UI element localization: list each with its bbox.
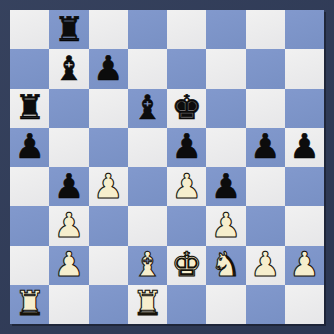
square-a4[interactable] <box>10 167 49 206</box>
white-bishop-piece-d2: ♝ <box>132 247 162 281</box>
square-c3[interactable] <box>89 206 128 245</box>
white-pawn-piece-e4: ♟ <box>171 169 201 203</box>
square-a7[interactable] <box>10 49 49 88</box>
square-c5[interactable] <box>89 128 128 167</box>
black-king-piece-e6: ♚ <box>171 90 201 124</box>
square-h7[interactable] <box>285 49 324 88</box>
square-d1[interactable]: ♜ <box>128 285 167 324</box>
square-g2[interactable]: ♟ <box>246 246 285 285</box>
black-pawn-piece-e5: ♟ <box>171 129 201 163</box>
square-f8[interactable] <box>206 10 245 49</box>
square-a3[interactable] <box>10 206 49 245</box>
square-g7[interactable] <box>246 49 285 88</box>
black-bishop-piece-b7: ♝ <box>54 51 84 85</box>
white-rook-piece-a1: ♜ <box>14 286 44 320</box>
square-e4[interactable]: ♟ <box>167 167 206 206</box>
square-g8[interactable] <box>246 10 285 49</box>
square-c2[interactable] <box>89 246 128 285</box>
square-e5[interactable]: ♟ <box>167 128 206 167</box>
square-a5[interactable]: ♟ <box>10 128 49 167</box>
black-pawn-piece-h5: ♟ <box>289 129 319 163</box>
square-c6[interactable] <box>89 89 128 128</box>
square-b1[interactable] <box>49 285 88 324</box>
square-a8[interactable] <box>10 10 49 49</box>
black-pawn-piece-f4: ♟ <box>211 169 241 203</box>
square-a6[interactable]: ♜ <box>10 89 49 128</box>
black-pawn-piece-a5: ♟ <box>14 129 44 163</box>
square-g6[interactable] <box>246 89 285 128</box>
square-g4[interactable] <box>246 167 285 206</box>
square-c1[interactable] <box>89 285 128 324</box>
square-b7[interactable]: ♝ <box>49 49 88 88</box>
black-bishop-piece-d6: ♝ <box>132 90 162 124</box>
square-h3[interactable] <box>285 206 324 245</box>
board-frame: ♜♝♟♜♝♚♟♟♟♟♟♟♟♟♟♟♟♝♚♞♟♟♜♜ <box>0 0 334 334</box>
square-h1[interactable] <box>285 285 324 324</box>
black-pawn-piece-g5: ♟ <box>250 129 280 163</box>
square-f6[interactable] <box>206 89 245 128</box>
chess-board: ♜♝♟♜♝♚♟♟♟♟♟♟♟♟♟♟♟♝♚♞♟♟♜♜ <box>10 10 324 324</box>
square-c4[interactable]: ♟ <box>89 167 128 206</box>
square-c7[interactable]: ♟ <box>89 49 128 88</box>
square-b3[interactable]: ♟ <box>49 206 88 245</box>
white-rook-piece-d1: ♜ <box>132 286 162 320</box>
square-f4[interactable]: ♟ <box>206 167 245 206</box>
square-e2[interactable]: ♚ <box>167 246 206 285</box>
square-h6[interactable] <box>285 89 324 128</box>
square-h8[interactable] <box>285 10 324 49</box>
square-b5[interactable] <box>49 128 88 167</box>
white-king-piece-e2: ♚ <box>171 247 201 281</box>
square-d6[interactable]: ♝ <box>128 89 167 128</box>
square-f2[interactable]: ♞ <box>206 246 245 285</box>
square-a1[interactable]: ♜ <box>10 285 49 324</box>
square-f5[interactable] <box>206 128 245 167</box>
black-rook-piece-a6: ♜ <box>14 90 44 124</box>
white-pawn-piece-c4: ♟ <box>93 169 123 203</box>
white-pawn-piece-h2: ♟ <box>289 247 319 281</box>
black-rook-piece-b8: ♜ <box>54 12 84 46</box>
square-e1[interactable] <box>167 285 206 324</box>
square-g1[interactable] <box>246 285 285 324</box>
square-b8[interactable]: ♜ <box>49 10 88 49</box>
square-h2[interactable]: ♟ <box>285 246 324 285</box>
square-g5[interactable]: ♟ <box>246 128 285 167</box>
square-h5[interactable]: ♟ <box>285 128 324 167</box>
square-e3[interactable] <box>167 206 206 245</box>
square-d7[interactable] <box>128 49 167 88</box>
black-pawn-piece-c7: ♟ <box>93 51 123 85</box>
square-d2[interactable]: ♝ <box>128 246 167 285</box>
square-a2[interactable] <box>10 246 49 285</box>
square-b2[interactable]: ♟ <box>49 246 88 285</box>
square-d8[interactable] <box>128 10 167 49</box>
square-b6[interactable] <box>49 89 88 128</box>
black-pawn-piece-b4: ♟ <box>54 169 84 203</box>
square-e8[interactable] <box>167 10 206 49</box>
square-e6[interactable]: ♚ <box>167 89 206 128</box>
square-d5[interactable] <box>128 128 167 167</box>
square-f3[interactable]: ♟ <box>206 206 245 245</box>
white-pawn-piece-f3: ♟ <box>211 208 241 242</box>
square-h4[interactable] <box>285 167 324 206</box>
square-f7[interactable] <box>206 49 245 88</box>
square-c8[interactable] <box>89 10 128 49</box>
white-knight-piece-f2: ♞ <box>211 247 241 281</box>
square-d4[interactable] <box>128 167 167 206</box>
square-b4[interactable]: ♟ <box>49 167 88 206</box>
square-e7[interactable] <box>167 49 206 88</box>
white-pawn-piece-b3: ♟ <box>54 208 84 242</box>
white-pawn-piece-g2: ♟ <box>250 247 280 281</box>
white-pawn-piece-b2: ♟ <box>54 247 84 281</box>
square-g3[interactable] <box>246 206 285 245</box>
square-d3[interactable] <box>128 206 167 245</box>
square-f1[interactable] <box>206 285 245 324</box>
